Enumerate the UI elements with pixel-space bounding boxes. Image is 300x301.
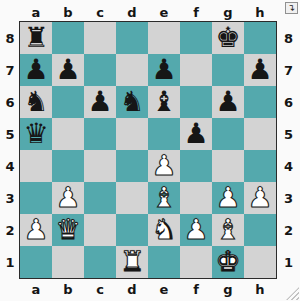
- square-e5[interactable]: [148, 118, 180, 150]
- square-g5[interactable]: [212, 118, 244, 150]
- square-a3[interactable]: [20, 182, 52, 214]
- file-label-a: a: [20, 279, 52, 301]
- file-labels-bottom: abcdefgh: [20, 279, 276, 301]
- square-d4[interactable]: [116, 150, 148, 182]
- square-a7[interactable]: ♟: [20, 54, 52, 86]
- white-pawn: ♟: [55, 182, 80, 214]
- square-g4[interactable]: [212, 150, 244, 182]
- square-b5[interactable]: [52, 118, 84, 150]
- square-f5[interactable]: ♟: [180, 118, 212, 150]
- file-label-f: f: [180, 279, 212, 301]
- file-label-d: d: [116, 279, 148, 301]
- black-bishop: ♝: [151, 86, 176, 118]
- file-label-g: g: [212, 0, 244, 22]
- square-b8[interactable]: [52, 22, 84, 54]
- rank-label-4: 4: [0, 150, 20, 182]
- square-c2[interactable]: [84, 214, 116, 246]
- rank-label-5: 5: [0, 118, 20, 150]
- square-f1[interactable]: [180, 246, 212, 278]
- chess-board: ♜♚♟♟♟♟♞♟♞♝♟♛♟♟♟♝♟♟♟♛♞♟♝♜♚: [20, 22, 276, 278]
- square-c8[interactable]: [84, 22, 116, 54]
- file-label-c: c: [84, 279, 116, 301]
- rank-labels-left: 87654321: [0, 22, 20, 278]
- square-b2[interactable]: ♛: [52, 214, 84, 246]
- square-f2[interactable]: ♟: [180, 214, 212, 246]
- rank-label-8: 8: [0, 22, 20, 54]
- black-queen: ♛: [23, 118, 48, 150]
- file-labels-top: abcdefgh: [20, 0, 276, 22]
- square-f6[interactable]: [180, 86, 212, 118]
- square-c6[interactable]: ♟: [84, 86, 116, 118]
- square-e6[interactable]: ♝: [148, 86, 180, 118]
- rank-label-3: 3: [0, 182, 20, 214]
- file-label-g: g: [212, 279, 244, 301]
- black-pawn: ♟: [23, 54, 48, 86]
- file-label-c: c: [84, 0, 116, 22]
- black-pawn: ♟: [151, 54, 176, 86]
- white-pawn: ♟: [23, 214, 48, 246]
- square-g6[interactable]: ♟: [212, 86, 244, 118]
- square-f3[interactable]: [180, 182, 212, 214]
- square-b7[interactable]: ♟: [52, 54, 84, 86]
- rank-label-7: 7: [277, 54, 300, 86]
- rank-label-3: 3: [277, 182, 300, 214]
- resize-grip-icon[interactable]: [286, 287, 299, 300]
- square-e4[interactable]: ♟: [148, 150, 180, 182]
- file-label-b: b: [52, 0, 84, 22]
- square-a5[interactable]: ♛: [20, 118, 52, 150]
- square-h8[interactable]: [244, 22, 276, 54]
- square-h6[interactable]: [244, 86, 276, 118]
- square-e1[interactable]: [148, 246, 180, 278]
- square-f8[interactable]: [180, 22, 212, 54]
- corner-arrow-icon[interactable]: ↴: [285, 2, 298, 14]
- white-pawn: ♟: [183, 214, 208, 246]
- square-g8[interactable]: ♚: [212, 22, 244, 54]
- white-knight: ♞: [151, 214, 176, 246]
- square-g1[interactable]: ♚: [212, 246, 244, 278]
- square-h1[interactable]: [244, 246, 276, 278]
- square-h2[interactable]: [244, 214, 276, 246]
- black-pawn: ♟: [183, 118, 208, 150]
- square-d3[interactable]: [116, 182, 148, 214]
- square-h4[interactable]: [244, 150, 276, 182]
- square-h5[interactable]: [244, 118, 276, 150]
- square-d1[interactable]: ♜: [116, 246, 148, 278]
- rank-label-6: 6: [277, 86, 300, 118]
- white-pawn: ♟: [215, 182, 240, 214]
- black-knight: ♞: [23, 86, 48, 118]
- square-a2[interactable]: ♟: [20, 214, 52, 246]
- square-e2[interactable]: ♞: [148, 214, 180, 246]
- square-d7[interactable]: [116, 54, 148, 86]
- square-g3[interactable]: ♟: [212, 182, 244, 214]
- rank-label-5: 5: [277, 118, 300, 150]
- file-label-h: h: [244, 279, 276, 301]
- square-a4[interactable]: [20, 150, 52, 182]
- square-e3[interactable]: ♝: [148, 182, 180, 214]
- rank-label-4: 4: [277, 150, 300, 182]
- file-label-b: b: [52, 279, 84, 301]
- square-h7[interactable]: ♟: [244, 54, 276, 86]
- white-bishop: ♝: [151, 182, 176, 214]
- white-pawn: ♟: [247, 182, 272, 214]
- square-c1[interactable]: [84, 246, 116, 278]
- file-label-f: f: [180, 0, 212, 22]
- square-a1[interactable]: [20, 246, 52, 278]
- rank-label-2: 2: [277, 214, 300, 246]
- square-c4[interactable]: [84, 150, 116, 182]
- square-d2[interactable]: [116, 214, 148, 246]
- square-c5[interactable]: [84, 118, 116, 150]
- square-e7[interactable]: ♟: [148, 54, 180, 86]
- black-pawn: ♟: [247, 54, 272, 86]
- rank-label-1: 1: [277, 246, 300, 278]
- black-pawn: ♟: [87, 86, 112, 118]
- square-a8[interactable]: ♜: [20, 22, 52, 54]
- square-b3[interactable]: ♟: [52, 182, 84, 214]
- square-b4[interactable]: [52, 150, 84, 182]
- white-bishop: ♝: [215, 214, 240, 246]
- white-king: ♚: [215, 246, 240, 278]
- rank-labels-right: 87654321: [277, 22, 300, 278]
- square-c3[interactable]: [84, 182, 116, 214]
- black-king: ♚: [215, 22, 240, 54]
- square-d5[interactable]: [116, 118, 148, 150]
- square-g7[interactable]: [212, 54, 244, 86]
- rank-label-2: 2: [0, 214, 20, 246]
- square-c7[interactable]: [84, 54, 116, 86]
- black-rook: ♜: [23, 22, 48, 54]
- rank-label-6: 6: [0, 86, 20, 118]
- square-a6[interactable]: ♞: [20, 86, 52, 118]
- file-label-a: a: [20, 0, 52, 22]
- square-f4[interactable]: [180, 150, 212, 182]
- square-b1[interactable]: [52, 246, 84, 278]
- square-g2[interactable]: ♝: [212, 214, 244, 246]
- square-d8[interactable]: [116, 22, 148, 54]
- square-e8[interactable]: [148, 22, 180, 54]
- black-pawn: ♟: [55, 54, 80, 86]
- rank-label-1: 1: [0, 246, 20, 278]
- white-rook: ♜: [119, 246, 144, 278]
- file-label-h: h: [244, 0, 276, 22]
- square-b6[interactable]: [52, 86, 84, 118]
- square-f7[interactable]: [180, 54, 212, 86]
- file-label-e: e: [148, 279, 180, 301]
- white-pawn: ♟: [151, 150, 176, 182]
- white-queen: ♛: [55, 214, 80, 246]
- chess-board-panel: abcdefgh 87654321 87654321 abcdefgh ♜♚♟♟…: [0, 0, 300, 301]
- rank-label-8: 8: [277, 22, 300, 54]
- square-d6[interactable]: ♞: [116, 86, 148, 118]
- file-label-d: d: [116, 0, 148, 22]
- file-label-e: e: [148, 0, 180, 22]
- rank-label-7: 7: [0, 54, 20, 86]
- black-knight: ♞: [119, 86, 144, 118]
- black-pawn: ♟: [215, 86, 240, 118]
- square-h3[interactable]: ♟: [244, 182, 276, 214]
